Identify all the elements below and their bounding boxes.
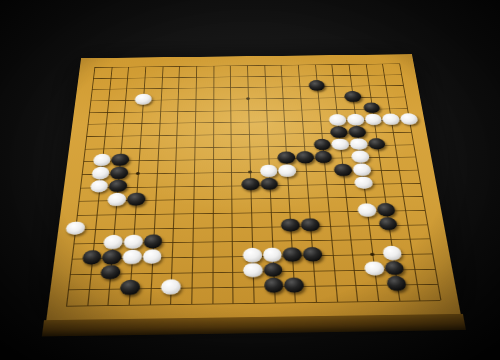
white-stone[interactable] [382,246,403,260]
black-stone[interactable] [82,250,102,264]
black-stone[interactable] [386,276,407,291]
white-stone[interactable] [161,279,181,294]
black-stone[interactable] [100,265,120,280]
black-stone[interactable] [363,102,381,113]
black-stone[interactable] [367,138,386,150]
white-stone[interactable] [352,163,371,175]
black-stone[interactable] [241,178,259,191]
black-stone[interactable] [314,151,332,163]
black-stone[interactable] [308,80,325,91]
black-stone[interactable] [264,278,284,293]
white-stone[interactable] [349,138,368,150]
white-stone[interactable] [103,235,123,249]
go-board[interactable] [46,54,460,320]
white-stone[interactable] [90,180,109,193]
black-stone[interactable] [111,154,129,166]
black-stone[interactable] [283,247,303,261]
black-stone[interactable] [109,180,128,193]
black-stone[interactable] [348,126,366,138]
black-stone[interactable] [330,126,348,138]
black-stone[interactable] [263,263,283,278]
white-stone[interactable] [400,113,419,124]
white-stone[interactable] [331,138,349,150]
black-stone[interactable] [313,139,331,151]
white-stone[interactable] [260,165,278,177]
white-stone[interactable] [134,94,151,105]
white-stone[interactable] [357,203,377,216]
scene [0,0,500,360]
white-stone[interactable] [65,221,85,235]
black-stone[interactable] [281,218,300,232]
grid-line-vertical [212,66,214,304]
grid-line-vertical [399,63,441,300]
black-stone[interactable] [284,278,304,293]
white-stone[interactable] [346,114,364,125]
black-stone[interactable] [376,203,396,216]
board-perspective-wrapper [66,0,434,356]
black-stone[interactable] [296,151,314,163]
white-stone[interactable] [107,193,126,206]
black-stone[interactable] [384,261,405,276]
hoshi-dot [248,171,252,174]
white-stone[interactable] [122,250,142,264]
white-stone[interactable] [91,167,110,180]
white-stone[interactable] [142,249,162,263]
black-stone[interactable] [120,280,140,295]
black-stone[interactable] [102,250,122,264]
hoshi-dot [370,253,375,256]
board-grid [81,54,412,58]
white-stone[interactable] [382,114,400,125]
black-stone[interactable] [110,167,129,179]
white-stone[interactable] [243,248,262,262]
black-stone[interactable] [334,164,353,176]
hoshi-dot [246,97,250,100]
white-stone[interactable] [263,248,282,262]
white-stone[interactable] [278,164,296,176]
black-stone[interactable] [302,247,322,261]
hoshi-dot [136,172,140,175]
grid-line-vertical [230,66,234,304]
black-stone[interactable] [378,217,398,231]
white-stone[interactable] [364,114,382,125]
black-stone[interactable] [260,178,278,191]
white-stone[interactable] [354,176,373,189]
black-stone[interactable] [143,235,162,249]
black-stone[interactable] [278,152,296,164]
white-stone[interactable] [364,261,385,276]
white-stone[interactable] [93,154,112,166]
white-stone[interactable] [329,114,347,125]
grid-line-vertical [191,66,197,304]
white-stone[interactable] [123,235,143,249]
white-stone[interactable] [243,263,262,278]
white-stone[interactable] [351,151,370,163]
black-stone[interactable] [344,91,362,102]
black-stone[interactable] [127,193,146,206]
black-stone[interactable] [300,218,319,232]
